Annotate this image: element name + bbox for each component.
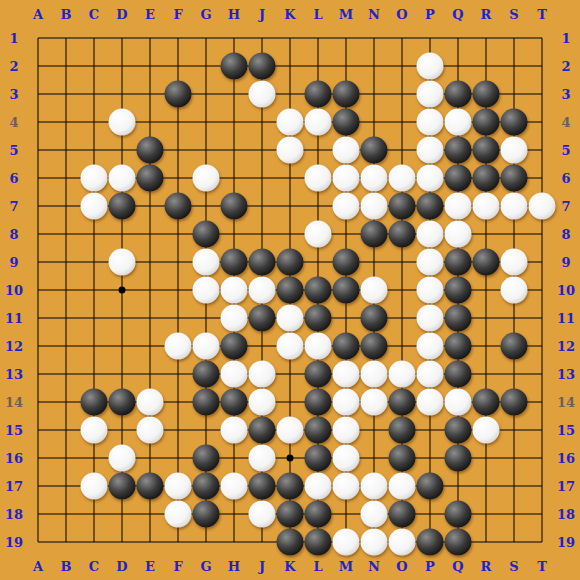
board-cell[interactable] [360,220,388,248]
board-cell[interactable] [472,248,500,276]
board-cell[interactable] [192,248,220,276]
board-cell[interactable] [108,388,136,416]
board-cell[interactable] [276,108,304,136]
board-cell[interactable] [248,500,276,528]
board-cell[interactable] [500,80,528,108]
board-cell[interactable] [24,248,52,276]
board-cell[interactable] [416,528,444,556]
board-cell[interactable] [24,108,52,136]
board-cell[interactable] [24,472,52,500]
board-cell[interactable] [276,528,304,556]
board-cell[interactable] [192,52,220,80]
board-cell[interactable] [444,332,472,360]
board-cell[interactable] [472,332,500,360]
board-cell[interactable] [500,24,528,52]
board-cell[interactable] [528,52,556,80]
board-cell[interactable] [444,164,472,192]
board-cell[interactable] [304,220,332,248]
board-cell[interactable] [24,80,52,108]
board-cell[interactable] [220,220,248,248]
board-cell[interactable] [276,304,304,332]
board-cell[interactable] [136,388,164,416]
board-cell[interactable] [108,80,136,108]
board-cell[interactable] [276,220,304,248]
board-cell[interactable] [276,192,304,220]
board-cell[interactable] [388,108,416,136]
board-cell[interactable] [528,444,556,472]
board-cell[interactable] [444,472,472,500]
board-cell[interactable] [52,500,80,528]
board-cell[interactable] [248,220,276,248]
board-cell[interactable] [332,416,360,444]
board-cell[interactable] [220,192,248,220]
board-cell[interactable] [472,108,500,136]
board-cell[interactable] [164,220,192,248]
board-cell[interactable] [52,304,80,332]
board-cell[interactable] [24,24,52,52]
board-cell[interactable] [24,388,52,416]
board-cell[interactable] [24,220,52,248]
board-cell[interactable] [108,360,136,388]
board-cell[interactable] [416,80,444,108]
board-cell[interactable] [80,164,108,192]
board-cell[interactable] [500,220,528,248]
board-cell[interactable] [444,388,472,416]
board-cell[interactable] [108,304,136,332]
board-cell[interactable] [332,304,360,332]
board-cell[interactable] [164,444,192,472]
board-cell[interactable] [500,472,528,500]
board-cell[interactable] [416,500,444,528]
board-cell[interactable] [136,416,164,444]
board-cell[interactable] [276,416,304,444]
board-cell[interactable] [416,444,444,472]
board-cell[interactable] [80,416,108,444]
board-cell[interactable] [108,136,136,164]
board-cell[interactable] [164,388,192,416]
board-cell[interactable] [528,80,556,108]
board-cell[interactable] [248,192,276,220]
board-cell[interactable] [304,388,332,416]
board-cell[interactable] [304,248,332,276]
board-cell[interactable] [332,276,360,304]
board-cell[interactable] [500,332,528,360]
board-cell[interactable] [304,360,332,388]
board-cell[interactable] [192,220,220,248]
board-cell[interactable] [276,80,304,108]
board-cell[interactable] [192,388,220,416]
board-cell[interactable] [192,500,220,528]
board-cell[interactable] [136,500,164,528]
board-cell[interactable] [388,500,416,528]
board-cell[interactable] [276,136,304,164]
board-cell[interactable] [360,360,388,388]
board-cell[interactable] [276,52,304,80]
board-cell[interactable] [80,304,108,332]
board-cell[interactable] [528,276,556,304]
board-cell[interactable] [52,388,80,416]
board-cell[interactable] [500,416,528,444]
board-cell[interactable] [80,444,108,472]
board-cell[interactable] [304,80,332,108]
board-cell[interactable] [444,416,472,444]
board-cell[interactable] [360,192,388,220]
board-cell[interactable] [108,416,136,444]
board-cell[interactable] [332,528,360,556]
board-cell[interactable] [220,416,248,444]
board-cell[interactable] [500,388,528,416]
board-cell[interactable] [500,136,528,164]
board-cell[interactable] [388,24,416,52]
board-cell[interactable] [472,164,500,192]
board-cell[interactable] [332,192,360,220]
board-cell[interactable] [416,416,444,444]
board-cell[interactable] [248,388,276,416]
board-cell[interactable] [472,276,500,304]
board-cell[interactable] [528,388,556,416]
board-cell[interactable] [472,52,500,80]
board-cell[interactable] [192,360,220,388]
board-cell[interactable] [108,164,136,192]
board-cell[interactable] [164,248,192,276]
board-cell[interactable] [416,24,444,52]
board-cell[interactable] [108,528,136,556]
board-cell[interactable] [416,276,444,304]
board-cell[interactable] [108,472,136,500]
board-cell[interactable] [360,164,388,192]
board-cell[interactable] [80,472,108,500]
board-cell[interactable] [332,108,360,136]
board-cell[interactable] [220,360,248,388]
board-cell[interactable] [332,136,360,164]
board-cell[interactable] [248,276,276,304]
board-cell[interactable] [192,276,220,304]
board-cell[interactable] [136,472,164,500]
board-cell[interactable] [108,248,136,276]
board-cell[interactable] [416,304,444,332]
board-cell[interactable] [52,444,80,472]
board-cell[interactable] [444,192,472,220]
board-cell[interactable] [472,416,500,444]
board-cell[interactable] [136,108,164,136]
board-cell[interactable] [444,444,472,472]
board-cell[interactable] [304,500,332,528]
board-cell[interactable] [192,80,220,108]
board-cell[interactable] [52,24,80,52]
board-cell[interactable] [220,500,248,528]
board-cell[interactable] [472,444,500,472]
board-cell[interactable] [192,472,220,500]
board-cell[interactable] [108,500,136,528]
board-cell[interactable] [52,80,80,108]
board-cell[interactable] [332,52,360,80]
board-cell[interactable] [304,52,332,80]
board-cell[interactable] [164,192,192,220]
board-cell[interactable] [80,276,108,304]
board-cell[interactable] [360,444,388,472]
board-cell[interactable] [528,192,556,220]
board-cell[interactable] [52,192,80,220]
board-cell[interactable] [248,416,276,444]
board-cell[interactable] [220,52,248,80]
board-cell[interactable] [276,276,304,304]
board-cell[interactable] [416,164,444,192]
board-cell[interactable] [528,304,556,332]
board-cell[interactable] [360,136,388,164]
board-cell[interactable] [360,332,388,360]
board-cell[interactable] [332,360,360,388]
board-cell[interactable] [24,360,52,388]
board-cell[interactable] [388,276,416,304]
board-cell[interactable] [136,164,164,192]
board-cell[interactable] [24,416,52,444]
board-cell[interactable] [24,276,52,304]
board-cell[interactable] [472,500,500,528]
board-cell[interactable] [192,136,220,164]
board-cell[interactable] [192,304,220,332]
board-cell[interactable] [136,304,164,332]
board-cell[interactable] [388,220,416,248]
board-cell[interactable] [164,472,192,500]
board-cell[interactable] [528,220,556,248]
board-cell[interactable] [388,444,416,472]
board-cell[interactable] [500,164,528,192]
board-cell[interactable] [528,164,556,192]
board-cell[interactable] [304,108,332,136]
board-cell[interactable] [528,528,556,556]
board-cell[interactable] [24,304,52,332]
board-cell[interactable] [52,276,80,304]
board-cell[interactable] [192,528,220,556]
board-cell[interactable] [444,80,472,108]
board-cell[interactable] [332,500,360,528]
board-cell[interactable] [80,24,108,52]
board-cell[interactable] [304,164,332,192]
board-cell[interactable] [472,472,500,500]
board-cell[interactable] [500,528,528,556]
board-cell[interactable] [444,276,472,304]
go-board[interactable]: AABBCCDDEEFFGGHHJJKKLLMMNNOOPPQQRRSSTT11… [0,0,580,580]
board-cell[interactable] [80,220,108,248]
board-cell[interactable] [304,24,332,52]
board-cell[interactable] [472,220,500,248]
board-cell[interactable] [500,500,528,528]
board-cell[interactable] [500,276,528,304]
board-cell[interactable] [444,220,472,248]
board-cell[interactable] [248,248,276,276]
board-cell[interactable] [528,416,556,444]
board-cell[interactable] [24,52,52,80]
board-cell[interactable] [248,332,276,360]
board-cell[interactable] [220,444,248,472]
board-cell[interactable] [192,108,220,136]
board-cell[interactable] [332,164,360,192]
board-cell[interactable] [220,276,248,304]
board-cell[interactable] [388,472,416,500]
board-cell[interactable] [360,500,388,528]
board-cell[interactable] [360,416,388,444]
board-cell[interactable] [164,80,192,108]
board-cell[interactable] [220,136,248,164]
board-cell[interactable] [24,500,52,528]
board-cell[interactable] [472,80,500,108]
board-cell[interactable] [248,528,276,556]
board-cell[interactable] [136,80,164,108]
board-cell[interactable] [276,500,304,528]
board-cell[interactable] [248,136,276,164]
board-cell[interactable] [24,192,52,220]
board-cell[interactable] [332,24,360,52]
board-cell[interactable] [416,472,444,500]
board-cell[interactable] [248,24,276,52]
board-cell[interactable] [332,388,360,416]
board-cell[interactable] [472,388,500,416]
board-cell[interactable] [164,500,192,528]
board-cell[interactable] [164,528,192,556]
board-cell[interactable] [248,444,276,472]
board-cell[interactable] [528,136,556,164]
board-cell[interactable] [304,136,332,164]
board-cell[interactable] [80,52,108,80]
board-cell[interactable] [136,192,164,220]
board-cell[interactable] [360,528,388,556]
board-cell[interactable] [388,248,416,276]
board-cell[interactable] [388,136,416,164]
board-cell[interactable] [192,332,220,360]
board-cell[interactable] [220,388,248,416]
board-cell[interactable] [444,528,472,556]
board-cell[interactable] [276,24,304,52]
board-cell[interactable] [220,24,248,52]
board-cell[interactable] [220,248,248,276]
board-cell[interactable] [164,52,192,80]
board-cell[interactable] [136,332,164,360]
board-cell[interactable] [500,444,528,472]
board-cell[interactable] [52,528,80,556]
board-cell[interactable] [500,52,528,80]
board-cell[interactable] [24,444,52,472]
board-cell[interactable] [80,108,108,136]
board-cell[interactable] [528,360,556,388]
board-cell[interactable] [332,248,360,276]
board-cell[interactable] [24,332,52,360]
board-cell[interactable] [136,276,164,304]
board-cell[interactable] [528,472,556,500]
board-cell[interactable] [360,388,388,416]
board-cell[interactable] [136,136,164,164]
board-cell[interactable] [444,108,472,136]
board-cell[interactable] [52,220,80,248]
board-cell[interactable] [220,164,248,192]
board-cell[interactable] [164,164,192,192]
board-cell[interactable] [80,528,108,556]
board-cell[interactable] [388,52,416,80]
board-cell[interactable] [164,136,192,164]
board-cell[interactable] [528,24,556,52]
board-cell[interactable] [248,108,276,136]
board-cell[interactable] [444,500,472,528]
board-cell[interactable] [388,388,416,416]
board-cell[interactable] [360,80,388,108]
board-cell[interactable] [164,416,192,444]
board-cell[interactable] [388,528,416,556]
board-cell[interactable] [276,164,304,192]
board-cell[interactable] [304,192,332,220]
board-cell[interactable] [304,444,332,472]
board-cell[interactable] [444,360,472,388]
board-cell[interactable] [444,24,472,52]
board-cell[interactable] [332,220,360,248]
board-cell[interactable] [52,164,80,192]
board-cell[interactable] [164,304,192,332]
board-cell[interactable] [192,416,220,444]
board-cell[interactable] [416,248,444,276]
board-cell[interactable] [416,388,444,416]
board-cell[interactable] [360,24,388,52]
board-cell[interactable] [136,248,164,276]
board-cell[interactable] [388,192,416,220]
board-cell[interactable] [80,192,108,220]
board-cell[interactable] [108,444,136,472]
board-cell[interactable] [220,528,248,556]
board-cell[interactable] [276,248,304,276]
board-cell[interactable] [388,416,416,444]
board-cell[interactable] [220,332,248,360]
board-cell[interactable] [332,444,360,472]
board-cell[interactable] [108,276,136,304]
board-cell[interactable] [528,500,556,528]
board-cell[interactable] [136,360,164,388]
board-cell[interactable] [192,24,220,52]
board-cell[interactable] [52,472,80,500]
board-cell[interactable] [500,248,528,276]
board-cell[interactable] [332,332,360,360]
board-cell[interactable] [52,136,80,164]
board-cell[interactable] [304,304,332,332]
board-cell[interactable] [136,24,164,52]
board-cell[interactable] [136,444,164,472]
board-cell[interactable] [24,528,52,556]
board-cell[interactable] [192,164,220,192]
board-cell[interactable] [528,248,556,276]
board-cell[interactable] [388,164,416,192]
board-cell[interactable] [220,80,248,108]
board-cell[interactable] [444,136,472,164]
board-cell[interactable] [108,220,136,248]
board-cell[interactable] [248,472,276,500]
board-cell[interactable] [360,304,388,332]
board-cell[interactable] [472,528,500,556]
board-cell[interactable] [276,332,304,360]
board-cell[interactable] [52,248,80,276]
board-cell[interactable] [80,332,108,360]
board-cell[interactable] [444,248,472,276]
board-cell[interactable] [360,52,388,80]
board-cell[interactable] [444,52,472,80]
board-cell[interactable] [332,472,360,500]
board-cell[interactable] [276,360,304,388]
board-cell[interactable] [472,192,500,220]
board-cell[interactable] [80,388,108,416]
board-cell[interactable] [108,332,136,360]
board-cell[interactable] [416,52,444,80]
board-cell[interactable] [164,332,192,360]
board-cell[interactable] [136,528,164,556]
board-cell[interactable] [416,220,444,248]
board-cell[interactable] [304,332,332,360]
board-cell[interactable] [80,248,108,276]
board-cell[interactable] [108,52,136,80]
